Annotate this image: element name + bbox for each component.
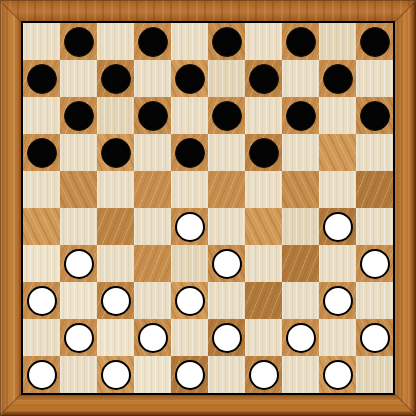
light-square [282, 134, 319, 171]
square-31[interactable] [60, 245, 97, 282]
light-square [23, 171, 60, 208]
square-37[interactable] [97, 282, 134, 319]
square-21[interactable] [60, 171, 97, 208]
white-piece[interactable] [286, 323, 316, 353]
square-26[interactable] [23, 208, 60, 245]
black-piece[interactable] [175, 64, 205, 94]
light-square [356, 356, 393, 393]
black-piece[interactable] [286, 101, 316, 131]
light-square [60, 134, 97, 171]
black-piece[interactable] [323, 64, 353, 94]
white-piece[interactable] [323, 360, 353, 390]
light-square [245, 23, 282, 60]
square-11[interactable] [60, 97, 97, 134]
light-square [356, 282, 393, 319]
black-piece[interactable] [64, 27, 94, 57]
light-square [171, 171, 208, 208]
light-square [319, 97, 356, 134]
light-square [282, 356, 319, 393]
square-36[interactable] [23, 282, 60, 319]
square-19[interactable] [245, 134, 282, 171]
white-piece[interactable] [360, 249, 390, 279]
light-square [97, 23, 134, 60]
black-piece[interactable] [64, 101, 94, 131]
square-3[interactable] [208, 23, 245, 60]
square-46[interactable] [23, 356, 60, 393]
black-piece[interactable] [249, 64, 279, 94]
square-29[interactable] [245, 208, 282, 245]
square-44[interactable] [282, 319, 319, 356]
light-square [171, 319, 208, 356]
light-square [60, 60, 97, 97]
square-8[interactable] [171, 60, 208, 97]
black-piece[interactable] [27, 64, 57, 94]
black-piece[interactable] [360, 101, 390, 131]
black-piece[interactable] [249, 138, 279, 168]
light-square [356, 134, 393, 171]
white-piece[interactable] [138, 323, 168, 353]
square-9[interactable] [245, 60, 282, 97]
square-43[interactable] [208, 319, 245, 356]
square-45[interactable] [356, 319, 393, 356]
black-piece[interactable] [212, 101, 242, 131]
light-square [245, 171, 282, 208]
square-10[interactable] [319, 60, 356, 97]
light-square [171, 245, 208, 282]
square-34[interactable] [282, 245, 319, 282]
light-square [208, 356, 245, 393]
white-piece[interactable] [249, 360, 279, 390]
light-square [319, 319, 356, 356]
black-piece[interactable] [175, 138, 205, 168]
white-piece[interactable] [175, 286, 205, 316]
light-square [282, 282, 319, 319]
light-square [23, 319, 60, 356]
white-piece[interactable] [101, 286, 131, 316]
light-square [97, 245, 134, 282]
white-piece[interactable] [101, 360, 131, 390]
white-piece[interactable] [323, 212, 353, 242]
black-piece[interactable] [27, 138, 57, 168]
board-outline [21, 21, 395, 395]
square-1[interactable] [60, 23, 97, 60]
black-piece[interactable] [138, 27, 168, 57]
square-7[interactable] [97, 60, 134, 97]
square-4[interactable] [282, 23, 319, 60]
light-square [245, 97, 282, 134]
square-48[interactable] [171, 356, 208, 393]
white-piece[interactable] [27, 286, 57, 316]
square-33[interactable] [208, 245, 245, 282]
square-22[interactable] [134, 171, 171, 208]
square-16[interactable] [23, 134, 60, 171]
white-piece[interactable] [175, 212, 205, 242]
light-square [319, 23, 356, 60]
white-piece[interactable] [64, 323, 94, 353]
frame-bottom-rail [0, 395, 416, 416]
light-square [356, 208, 393, 245]
square-40[interactable] [319, 282, 356, 319]
square-23[interactable] [208, 171, 245, 208]
square-2[interactable] [134, 23, 171, 60]
square-15[interactable] [356, 97, 393, 134]
square-32[interactable] [134, 245, 171, 282]
light-square [134, 356, 171, 393]
light-square [23, 97, 60, 134]
frame-left-rail [0, 0, 21, 416]
light-square [208, 60, 245, 97]
light-square [245, 245, 282, 282]
white-piece[interactable] [64, 249, 94, 279]
board [23, 23, 393, 393]
black-piece[interactable] [101, 138, 131, 168]
light-square [60, 356, 97, 393]
light-square [208, 208, 245, 245]
square-12[interactable] [134, 97, 171, 134]
light-square [134, 60, 171, 97]
square-5[interactable] [356, 23, 393, 60]
black-piece[interactable] [138, 101, 168, 131]
white-piece[interactable] [212, 323, 242, 353]
square-27[interactable] [97, 208, 134, 245]
square-14[interactable] [282, 97, 319, 134]
light-square [23, 245, 60, 282]
light-square [23, 23, 60, 60]
square-49[interactable] [245, 356, 282, 393]
square-39[interactable] [245, 282, 282, 319]
light-square [134, 282, 171, 319]
square-25[interactable] [356, 171, 393, 208]
light-square [245, 319, 282, 356]
light-square [282, 60, 319, 97]
light-square [282, 208, 319, 245]
white-piece[interactable] [27, 360, 57, 390]
light-square [171, 23, 208, 60]
checkers-game-window [0, 0, 416, 416]
square-17[interactable] [97, 134, 134, 171]
square-18[interactable] [171, 134, 208, 171]
square-42[interactable] [134, 319, 171, 356]
square-50[interactable] [319, 356, 356, 393]
black-piece[interactable] [212, 27, 242, 57]
light-square [97, 171, 134, 208]
light-square [208, 134, 245, 171]
light-square [319, 171, 356, 208]
black-piece[interactable] [286, 27, 316, 57]
black-piece[interactable] [101, 64, 131, 94]
frame-top-rail [0, 0, 416, 21]
light-square [60, 282, 97, 319]
square-47[interactable] [97, 356, 134, 393]
light-square [97, 97, 134, 134]
light-square [319, 245, 356, 282]
white-piece[interactable] [175, 360, 205, 390]
frame-right-rail [395, 0, 416, 416]
square-6[interactable] [23, 60, 60, 97]
white-piece[interactable] [360, 323, 390, 353]
white-piece[interactable] [212, 249, 242, 279]
square-41[interactable] [60, 319, 97, 356]
light-square [97, 319, 134, 356]
square-35[interactable] [356, 245, 393, 282]
square-38[interactable] [171, 282, 208, 319]
square-28[interactable] [171, 208, 208, 245]
light-square [134, 134, 171, 171]
light-square [356, 60, 393, 97]
light-square [171, 97, 208, 134]
square-24[interactable] [282, 171, 319, 208]
white-piece[interactable] [323, 286, 353, 316]
light-square [134, 208, 171, 245]
square-30[interactable] [319, 208, 356, 245]
black-piece[interactable] [360, 27, 390, 57]
square-20[interactable] [319, 134, 356, 171]
light-square [60, 208, 97, 245]
square-13[interactable] [208, 97, 245, 134]
light-square [208, 282, 245, 319]
